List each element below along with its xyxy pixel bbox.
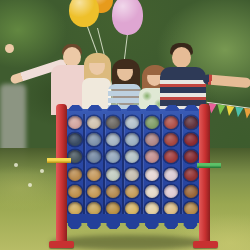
lawn-flower [14, 163, 18, 167]
empty-hole [184, 150, 198, 163]
empty-hole [184, 116, 198, 129]
empty-hole [125, 150, 139, 163]
empty-hole [106, 116, 120, 129]
cell-r5c2 [85, 183, 104, 200]
left-post [56, 104, 67, 246]
left-foot [49, 241, 74, 248]
pennant-flag-icon [243, 108, 250, 119]
empty-hole [68, 185, 82, 198]
cell-r5c6 [162, 183, 181, 200]
cell-r5c5 [143, 183, 162, 200]
empty-hole [164, 133, 178, 146]
head [63, 47, 81, 67]
cell-r2c2 [85, 131, 104, 148]
empty-hole [145, 133, 159, 146]
empty-hole [125, 185, 139, 198]
empty-hole [68, 133, 82, 146]
empty-hole [87, 116, 101, 129]
cell-r4c6 [162, 165, 181, 182]
empty-hole [145, 168, 159, 181]
cell-r4c5 [143, 165, 162, 182]
cell-r2c4 [124, 131, 143, 148]
cell-r5c3 [105, 183, 124, 200]
pennant-flag-icon [225, 106, 234, 117]
cell-r1c4 [124, 114, 143, 131]
empty-hole [164, 168, 178, 181]
empty-hole [145, 185, 159, 198]
cell-r3c4 [124, 148, 143, 165]
empty-hole [145, 202, 159, 215]
empty-hole [164, 185, 178, 198]
yellow-disc [47, 158, 71, 163]
empty-hole [106, 133, 120, 146]
outdoor-connect-four-scene [0, 0, 250, 250]
green-disc [197, 163, 221, 168]
cell-r4c4 [124, 165, 143, 182]
cell-r1c5 [143, 114, 162, 131]
cell-r5c4 [124, 183, 143, 200]
pink-balloon [112, 0, 143, 35]
cell-r2c1 [66, 131, 85, 148]
empty-hole [106, 150, 120, 163]
empty-hole [68, 202, 82, 215]
empty-hole [87, 133, 101, 146]
board-grid [66, 114, 201, 217]
empty-hole [106, 202, 120, 215]
cell-r3c1 [66, 148, 85, 165]
cell-r1c6 [162, 114, 181, 131]
empty-hole [106, 168, 120, 181]
cell-r2c6 [162, 131, 181, 148]
cell-r4c3 [105, 165, 124, 182]
hair [88, 54, 106, 63]
cell-r4c1 [66, 165, 85, 182]
right-foot [193, 241, 218, 248]
empty-hole [184, 202, 198, 215]
empty-hole [184, 133, 198, 146]
empty-hole [68, 116, 82, 129]
empty-hole [184, 185, 198, 198]
lawn-flower [40, 169, 44, 173]
empty-hole [106, 185, 120, 198]
game-board-panel [63, 109, 204, 222]
lawn-flower [28, 183, 32, 187]
right-post [199, 104, 210, 246]
empty-hole [164, 150, 178, 163]
cell-r1c1 [66, 114, 85, 131]
empty-hole [125, 202, 139, 215]
hair [116, 60, 134, 69]
board-bottom-rail [63, 214, 204, 223]
empty-hole [164, 116, 178, 129]
cell-r5c1 [66, 183, 85, 200]
empty-hole [87, 168, 101, 181]
cell-r4c2 [85, 165, 104, 182]
cell-r2c3 [105, 131, 124, 148]
empty-hole [164, 202, 178, 215]
cell-r1c3 [105, 114, 124, 131]
empty-hole [87, 185, 101, 198]
empty-hole [125, 133, 139, 146]
empty-hole [87, 202, 101, 215]
pennant-flag-icon [216, 104, 225, 115]
open-hand [5, 44, 14, 53]
empty-hole [87, 150, 101, 163]
cell-r3c3 [105, 148, 124, 165]
empty-hole [68, 168, 82, 181]
pennant-flag-icon [234, 107, 243, 118]
empty-hole [125, 168, 139, 181]
empty-hole [145, 150, 159, 163]
empty-hole [145, 116, 159, 129]
head [172, 47, 191, 68]
cell-r3c5 [143, 148, 162, 165]
cell-r2c5 [143, 131, 162, 148]
cell-r3c6 [162, 148, 181, 165]
cell-r1c2 [85, 114, 104, 131]
cell-r3c2 [85, 148, 104, 165]
empty-hole [184, 168, 198, 181]
empty-hole [125, 116, 139, 129]
